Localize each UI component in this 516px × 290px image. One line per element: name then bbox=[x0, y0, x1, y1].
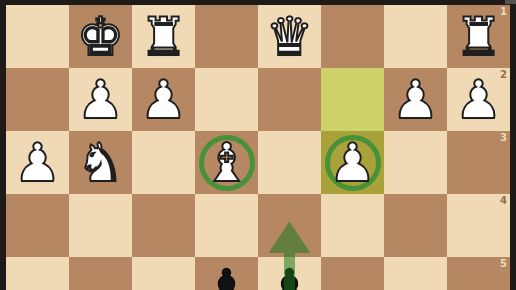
move-arrow-d5-d4 bbox=[269, 222, 311, 290]
scrollbar-fragment[interactable] bbox=[505, 0, 516, 4]
chess-board[interactable]: 12345 ♚♜♛♜♟♟♟♟♟♞♝♟♟♟ bbox=[6, 5, 510, 290]
analysis-arrow-layer bbox=[6, 5, 510, 290]
